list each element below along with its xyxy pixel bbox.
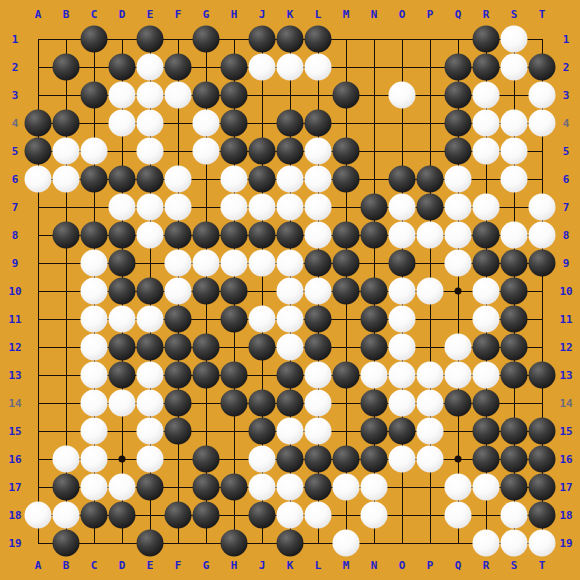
white-stone: ○ [81, 306, 108, 333]
column-label-top: M [343, 9, 350, 20]
white-stone: ○ [361, 474, 388, 501]
black-stone: ● [277, 222, 304, 249]
column-label-top: B [63, 9, 70, 20]
star-point [455, 456, 462, 463]
white-stone: ○ [529, 82, 556, 109]
black-stone: ● [165, 362, 192, 389]
white-stone: ○ [473, 110, 500, 137]
black-stone: ● [165, 222, 192, 249]
white-stone: ○ [389, 446, 416, 473]
black-stone: ● [361, 278, 388, 305]
column-label-top: L [315, 9, 322, 20]
black-stone: ● [305, 26, 332, 53]
column-label-bottom: Q [455, 560, 462, 571]
white-stone: ○ [417, 278, 444, 305]
white-stone: ○ [137, 110, 164, 137]
white-stone: ○ [81, 418, 108, 445]
black-stone: ● [333, 82, 360, 109]
black-stone: ● [389, 418, 416, 445]
column-label-bottom: D [119, 560, 126, 571]
column-label-top: F [175, 9, 182, 20]
black-stone: ● [529, 362, 556, 389]
white-stone: ○ [249, 306, 276, 333]
white-stone: ○ [137, 418, 164, 445]
row-label-left: 19 [8, 538, 21, 549]
white-stone: ○ [137, 362, 164, 389]
white-stone: ○ [473, 194, 500, 221]
white-stone: ○ [165, 194, 192, 221]
white-stone: ○ [305, 194, 332, 221]
black-stone: ● [305, 110, 332, 137]
white-stone: ○ [529, 530, 556, 557]
black-stone: ● [501, 278, 528, 305]
black-stone: ● [109, 362, 136, 389]
white-stone: ○ [193, 138, 220, 165]
white-stone: ○ [445, 334, 472, 361]
white-stone: ○ [137, 54, 164, 81]
white-stone: ○ [109, 82, 136, 109]
column-label-top: A [35, 9, 42, 20]
white-stone: ○ [109, 390, 136, 417]
white-stone: ○ [445, 222, 472, 249]
black-stone: ● [277, 390, 304, 417]
row-label-left: 17 [8, 482, 21, 493]
black-stone: ● [193, 446, 220, 473]
black-stone: ● [109, 278, 136, 305]
column-label-bottom: M [343, 560, 350, 571]
row-label-left: 9 [12, 258, 19, 269]
row-label-right: 9 [563, 258, 570, 269]
white-stone: ○ [445, 250, 472, 277]
white-stone: ○ [305, 278, 332, 305]
black-stone: ● [417, 194, 444, 221]
go-board[interactable]: AA11BB22CC33DD44EE55FF66GG77HH88JJ99KK10… [0, 0, 580, 580]
white-stone: ○ [501, 502, 528, 529]
black-stone: ● [445, 110, 472, 137]
white-stone: ○ [81, 250, 108, 277]
white-stone: ○ [277, 250, 304, 277]
black-stone: ● [221, 474, 248, 501]
row-label-left: 8 [12, 230, 19, 241]
black-stone: ● [249, 26, 276, 53]
black-stone: ● [193, 82, 220, 109]
black-stone: ● [333, 222, 360, 249]
white-stone: ○ [501, 530, 528, 557]
black-stone: ● [389, 250, 416, 277]
row-label-left: 11 [8, 314, 21, 325]
white-stone: ○ [165, 82, 192, 109]
row-label-right: 17 [559, 482, 572, 493]
white-stone: ○ [501, 110, 528, 137]
black-stone: ● [333, 362, 360, 389]
black-stone: ● [529, 474, 556, 501]
white-stone: ○ [473, 306, 500, 333]
black-stone: ● [305, 306, 332, 333]
white-stone: ○ [529, 110, 556, 137]
row-label-right: 2 [563, 62, 570, 73]
column-label-bottom: S [511, 560, 518, 571]
white-stone: ○ [529, 194, 556, 221]
row-label-right: 13 [559, 370, 572, 381]
black-stone: ● [249, 418, 276, 445]
black-stone: ● [305, 334, 332, 361]
black-stone: ● [361, 222, 388, 249]
black-stone: ● [501, 250, 528, 277]
column-label-bottom: T [539, 560, 546, 571]
white-stone: ○ [333, 530, 360, 557]
white-stone: ○ [81, 446, 108, 473]
black-stone: ● [109, 502, 136, 529]
white-stone: ○ [53, 138, 80, 165]
white-stone: ○ [109, 474, 136, 501]
black-stone: ● [137, 278, 164, 305]
black-stone: ● [165, 54, 192, 81]
black-stone: ● [53, 110, 80, 137]
row-label-left: 5 [12, 146, 19, 157]
white-stone: ○ [277, 194, 304, 221]
white-stone: ○ [305, 390, 332, 417]
black-stone: ● [333, 446, 360, 473]
white-stone: ○ [473, 474, 500, 501]
white-stone: ○ [221, 250, 248, 277]
row-label-left: 1 [12, 34, 19, 45]
white-stone: ○ [417, 446, 444, 473]
black-stone: ● [361, 194, 388, 221]
black-stone: ● [53, 222, 80, 249]
black-stone: ● [165, 334, 192, 361]
white-stone: ○ [389, 222, 416, 249]
white-stone: ○ [473, 362, 500, 389]
row-label-right: 7 [563, 202, 570, 213]
white-stone: ○ [305, 54, 332, 81]
white-stone: ○ [501, 138, 528, 165]
black-stone: ● [25, 110, 52, 137]
white-stone: ○ [473, 530, 500, 557]
column-label-bottom: O [399, 560, 406, 571]
black-stone: ● [501, 362, 528, 389]
row-label-left: 6 [12, 174, 19, 185]
black-stone: ● [221, 82, 248, 109]
row-label-left: 13 [8, 370, 21, 381]
column-label-top: S [511, 9, 518, 20]
black-stone: ● [109, 166, 136, 193]
black-stone: ● [277, 446, 304, 473]
black-stone: ● [221, 278, 248, 305]
black-stone: ● [221, 138, 248, 165]
white-stone: ○ [389, 278, 416, 305]
white-stone: ○ [137, 306, 164, 333]
white-stone: ○ [81, 138, 108, 165]
black-stone: ● [109, 222, 136, 249]
row-label-right: 3 [563, 90, 570, 101]
white-stone: ○ [305, 166, 332, 193]
black-stone: ● [193, 502, 220, 529]
black-stone: ● [361, 306, 388, 333]
black-stone: ● [221, 362, 248, 389]
black-stone: ● [221, 110, 248, 137]
white-stone: ○ [277, 334, 304, 361]
star-point [119, 456, 126, 463]
black-stone: ● [501, 418, 528, 445]
white-stone: ○ [389, 194, 416, 221]
black-stone: ● [305, 474, 332, 501]
black-stone: ● [277, 138, 304, 165]
black-stone: ● [473, 334, 500, 361]
black-stone: ● [249, 222, 276, 249]
white-stone: ○ [501, 222, 528, 249]
column-label-bottom: C [91, 560, 98, 571]
black-stone: ● [277, 530, 304, 557]
white-stone: ○ [305, 362, 332, 389]
white-stone: ○ [221, 166, 248, 193]
white-stone: ○ [81, 362, 108, 389]
column-label-top: O [399, 9, 406, 20]
white-stone: ○ [333, 474, 360, 501]
white-stone: ○ [277, 54, 304, 81]
black-stone: ● [249, 334, 276, 361]
row-label-left: 10 [8, 286, 21, 297]
white-stone: ○ [305, 502, 332, 529]
black-stone: ● [277, 26, 304, 53]
white-stone: ○ [249, 446, 276, 473]
column-label-bottom: B [63, 560, 70, 571]
column-label-top: H [231, 9, 238, 20]
white-stone: ○ [81, 334, 108, 361]
white-stone: ○ [53, 446, 80, 473]
white-stone: ○ [249, 250, 276, 277]
black-stone: ● [165, 418, 192, 445]
black-stone: ● [53, 474, 80, 501]
row-label-right: 16 [559, 454, 572, 465]
black-stone: ● [249, 390, 276, 417]
black-stone: ● [445, 54, 472, 81]
white-stone: ○ [137, 446, 164, 473]
row-label-left: 7 [12, 202, 19, 213]
row-label-left: 15 [8, 426, 21, 437]
column-label-top: K [287, 9, 294, 20]
white-stone: ○ [417, 222, 444, 249]
black-stone: ● [193, 222, 220, 249]
column-label-bottom: F [175, 560, 182, 571]
white-stone: ○ [277, 306, 304, 333]
black-stone: ● [109, 54, 136, 81]
column-label-bottom: H [231, 560, 238, 571]
black-stone: ● [361, 390, 388, 417]
black-stone: ● [193, 334, 220, 361]
column-label-top: C [91, 9, 98, 20]
black-stone: ● [529, 54, 556, 81]
white-stone: ○ [277, 418, 304, 445]
black-stone: ● [473, 390, 500, 417]
white-stone: ○ [81, 390, 108, 417]
column-label-top: G [203, 9, 210, 20]
black-stone: ● [193, 26, 220, 53]
black-stone: ● [249, 166, 276, 193]
black-stone: ● [333, 166, 360, 193]
row-label-left: 18 [8, 510, 21, 521]
white-stone: ○ [277, 502, 304, 529]
white-stone: ○ [389, 390, 416, 417]
white-stone: ○ [305, 138, 332, 165]
column-label-top: J [259, 9, 266, 20]
black-stone: ● [81, 82, 108, 109]
row-label-left: 16 [8, 454, 21, 465]
white-stone: ○ [445, 166, 472, 193]
black-stone: ● [137, 334, 164, 361]
white-stone: ○ [389, 334, 416, 361]
column-label-top: R [483, 9, 490, 20]
row-label-right: 10 [559, 286, 572, 297]
white-stone: ○ [53, 166, 80, 193]
black-stone: ● [109, 250, 136, 277]
white-stone: ○ [81, 474, 108, 501]
white-stone: ○ [473, 278, 500, 305]
black-stone: ● [165, 502, 192, 529]
black-stone: ● [53, 530, 80, 557]
white-stone: ○ [417, 362, 444, 389]
column-label-bottom: N [371, 560, 378, 571]
black-stone: ● [221, 530, 248, 557]
column-label-top: E [147, 9, 154, 20]
white-stone: ○ [389, 362, 416, 389]
column-label-bottom: G [203, 560, 210, 571]
black-stone: ● [277, 362, 304, 389]
white-stone: ○ [249, 194, 276, 221]
white-stone: ○ [249, 474, 276, 501]
row-label-right: 8 [563, 230, 570, 241]
white-stone: ○ [277, 166, 304, 193]
black-stone: ● [473, 222, 500, 249]
black-stone: ● [165, 306, 192, 333]
white-stone: ○ [165, 278, 192, 305]
column-label-bottom: L [315, 560, 322, 571]
black-stone: ● [361, 418, 388, 445]
black-stone: ● [249, 138, 276, 165]
black-stone: ● [473, 418, 500, 445]
white-stone: ○ [445, 502, 472, 529]
black-stone: ● [137, 474, 164, 501]
white-stone: ○ [361, 502, 388, 529]
column-label-top: D [119, 9, 126, 20]
white-stone: ○ [137, 390, 164, 417]
column-label-top: Q [455, 9, 462, 20]
white-stone: ○ [249, 54, 276, 81]
white-stone: ○ [417, 390, 444, 417]
black-stone: ● [81, 222, 108, 249]
white-stone: ○ [501, 26, 528, 53]
white-stone: ○ [25, 502, 52, 529]
white-stone: ○ [81, 278, 108, 305]
column-label-top: T [539, 9, 546, 20]
black-stone: ● [529, 418, 556, 445]
white-stone: ○ [501, 166, 528, 193]
row-label-left: 2 [12, 62, 19, 73]
row-label-right: 15 [559, 426, 572, 437]
white-stone: ○ [277, 278, 304, 305]
white-stone: ○ [473, 82, 500, 109]
white-stone: ○ [529, 222, 556, 249]
row-label-right: 11 [559, 314, 572, 325]
column-label-bottom: R [483, 560, 490, 571]
row-label-left: 3 [12, 90, 19, 101]
black-stone: ● [81, 502, 108, 529]
black-stone: ● [81, 26, 108, 53]
white-stone: ○ [277, 474, 304, 501]
black-stone: ● [109, 334, 136, 361]
white-stone: ○ [417, 418, 444, 445]
white-stone: ○ [109, 110, 136, 137]
black-stone: ● [389, 166, 416, 193]
black-stone: ● [501, 306, 528, 333]
column-label-bottom: A [35, 560, 42, 571]
black-stone: ● [193, 278, 220, 305]
black-stone: ● [361, 446, 388, 473]
column-label-top: N [371, 9, 378, 20]
black-stone: ● [445, 390, 472, 417]
black-stone: ● [193, 362, 220, 389]
white-stone: ○ [389, 82, 416, 109]
black-stone: ● [137, 166, 164, 193]
black-stone: ● [249, 502, 276, 529]
black-stone: ● [333, 278, 360, 305]
column-label-bottom: E [147, 560, 154, 571]
black-stone: ● [445, 138, 472, 165]
column-label-bottom: K [287, 560, 294, 571]
column-label-bottom: J [259, 560, 266, 571]
black-stone: ● [445, 82, 472, 109]
black-stone: ● [417, 166, 444, 193]
white-stone: ○ [361, 362, 388, 389]
white-stone: ○ [137, 82, 164, 109]
black-stone: ● [501, 446, 528, 473]
column-label-bottom: P [427, 560, 434, 571]
white-stone: ○ [305, 222, 332, 249]
black-stone: ● [501, 334, 528, 361]
black-stone: ● [305, 250, 332, 277]
white-stone: ○ [109, 194, 136, 221]
white-stone: ○ [389, 306, 416, 333]
row-label-left: 12 [8, 342, 21, 353]
white-stone: ○ [109, 306, 136, 333]
black-stone: ● [221, 222, 248, 249]
black-stone: ● [473, 250, 500, 277]
white-stone: ○ [445, 362, 472, 389]
row-label-right: 1 [563, 34, 570, 45]
black-stone: ● [529, 502, 556, 529]
white-stone: ○ [305, 418, 332, 445]
black-stone: ● [277, 110, 304, 137]
white-stone: ○ [25, 166, 52, 193]
row-label-left: 14 [8, 398, 21, 409]
black-stone: ● [473, 446, 500, 473]
black-stone: ● [137, 530, 164, 557]
black-stone: ● [529, 250, 556, 277]
black-stone: ● [137, 26, 164, 53]
white-stone: ○ [193, 250, 220, 277]
star-point [455, 288, 462, 295]
white-stone: ○ [137, 138, 164, 165]
black-stone: ● [53, 54, 80, 81]
white-stone: ○ [165, 166, 192, 193]
row-label-right: 18 [559, 510, 572, 521]
black-stone: ● [221, 306, 248, 333]
white-stone: ○ [137, 222, 164, 249]
black-stone: ● [25, 138, 52, 165]
black-stone: ● [305, 446, 332, 473]
white-stone: ○ [137, 194, 164, 221]
black-stone: ● [529, 446, 556, 473]
column-label-top: P [427, 9, 434, 20]
